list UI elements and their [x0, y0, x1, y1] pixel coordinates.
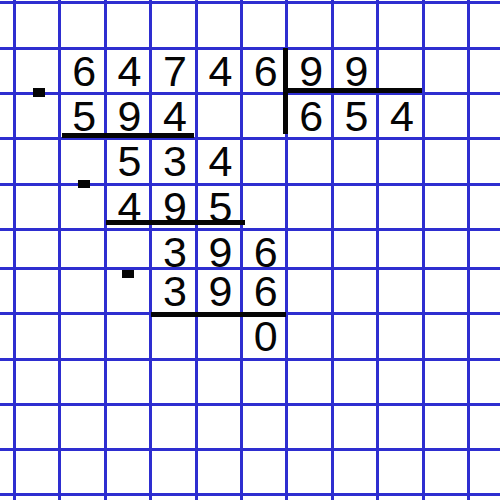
grid-cell — [152, 361, 197, 406]
grid-cell — [288, 270, 333, 315]
digit-cell: 6 — [61, 50, 106, 95]
grid-cell — [16, 4, 61, 49]
minus-sign-step2 — [78, 180, 90, 188]
minus-sign-step3 — [122, 270, 134, 278]
grid-cell — [379, 4, 424, 49]
grid-cell — [243, 4, 288, 49]
grid-cell — [470, 186, 500, 231]
grid-cell — [470, 4, 500, 49]
subtraction-underline-495 — [106, 220, 245, 225]
squared-paper-page: 64746995946545344953963960 — [0, 0, 500, 500]
grid-cell — [379, 496, 424, 500]
grid-cell — [288, 231, 333, 270]
grid-cell — [425, 270, 470, 315]
digit-cell: 4 — [198, 140, 243, 185]
grid-cell — [61, 270, 106, 315]
grid-cell — [425, 451, 470, 496]
grid-cell — [198, 315, 243, 360]
grid-cell — [470, 406, 500, 451]
digit-cell: 3 — [152, 140, 197, 185]
digit-cell: 6 — [288, 95, 333, 140]
grid-cell — [425, 361, 470, 406]
grid-cell — [107, 231, 152, 270]
grid-cell — [288, 361, 333, 406]
grid-cell — [334, 361, 379, 406]
divisor-quotient-separator-line — [283, 88, 422, 93]
grid-cell — [470, 361, 500, 406]
digit-cell: 9 — [198, 231, 243, 270]
grid-cell — [198, 406, 243, 451]
grid-cell — [243, 95, 288, 140]
grid-cell — [470, 140, 500, 185]
grid-cell — [425, 406, 470, 451]
grid-cell — [334, 270, 379, 315]
grid-cell — [334, 140, 379, 185]
grid-cell — [288, 140, 333, 185]
grid-cell — [379, 315, 424, 360]
digit-cell: 4 — [107, 50, 152, 95]
grid-cell — [16, 315, 61, 360]
grid-cell — [0, 361, 16, 406]
subtraction-underline-396 — [151, 312, 286, 317]
grid-cell — [288, 186, 333, 231]
grid-cell — [379, 270, 424, 315]
digit-cell: 6 — [243, 231, 288, 270]
grid-cell — [334, 496, 379, 500]
grid-cell — [288, 406, 333, 451]
grid-cell — [107, 315, 152, 360]
grid-cell — [379, 361, 424, 406]
grid-cell — [0, 186, 16, 231]
grid-cell — [107, 406, 152, 451]
grid-cell — [334, 186, 379, 231]
grid-cell — [243, 140, 288, 185]
grid-cell — [198, 361, 243, 406]
grid-cell — [334, 406, 379, 451]
grid-cell — [425, 95, 470, 140]
grid-cell — [379, 406, 424, 451]
grid-cell — [16, 406, 61, 451]
digit-cell: 6 — [243, 270, 288, 315]
grid-cell — [16, 140, 61, 185]
grid-cell — [107, 451, 152, 496]
grid-cell — [16, 186, 61, 231]
grid-cell — [61, 496, 106, 500]
grid-cell — [198, 496, 243, 500]
grid-cell — [152, 4, 197, 49]
grid-cell — [0, 315, 16, 360]
grid-cell — [425, 186, 470, 231]
grid-cell — [61, 315, 106, 360]
grid-cell — [379, 186, 424, 231]
digit-cell: 9 — [198, 270, 243, 315]
grid-cell — [288, 315, 333, 360]
grid-cell — [288, 4, 333, 49]
grid-cell — [0, 451, 16, 496]
division-worksheet-grid: 64746995946545344953963960 — [0, 0, 500, 500]
grid-cell — [334, 4, 379, 49]
grid-cell — [16, 496, 61, 500]
grid-cell — [107, 361, 152, 406]
digit-cell: 4 — [379, 95, 424, 140]
grid-cell — [243, 451, 288, 496]
grid-cell — [425, 140, 470, 185]
grid-cell — [425, 315, 470, 360]
grid-cell — [243, 496, 288, 500]
grid-cell — [288, 496, 333, 500]
grid-cell — [16, 231, 61, 270]
grid-cell — [0, 270, 16, 315]
grid-cell — [16, 451, 61, 496]
grid-cell — [470, 95, 500, 140]
grid-cell — [16, 361, 61, 406]
grid-cell — [198, 4, 243, 49]
grid-cell — [470, 451, 500, 496]
digit-cell: 3 — [152, 270, 197, 315]
grid-cell — [0, 50, 16, 95]
grid-cell — [61, 4, 106, 49]
digit-cell: 6 — [243, 50, 288, 95]
grid-cell — [0, 95, 16, 140]
grid-cell — [0, 406, 16, 451]
grid-cell — [379, 140, 424, 185]
grid-cell — [61, 451, 106, 496]
subtraction-underline-594 — [62, 133, 194, 138]
grid-cell — [243, 186, 288, 231]
grid-cell — [0, 496, 16, 500]
grid-cell — [470, 270, 500, 315]
grid-cell — [243, 406, 288, 451]
digit-cell: 5 — [107, 140, 152, 185]
grid-cell — [16, 95, 61, 140]
grid-cell — [107, 496, 152, 500]
grid-cell — [379, 451, 424, 496]
grid-cell — [470, 50, 500, 95]
grid-cell — [152, 451, 197, 496]
grid-cell — [0, 4, 16, 49]
grid-cell — [198, 451, 243, 496]
grid-cell — [425, 4, 470, 49]
digit-cell: 3 — [152, 231, 197, 270]
grid-cell — [243, 361, 288, 406]
grid-cell — [425, 50, 470, 95]
grid-cell — [61, 361, 106, 406]
grid-cell — [334, 451, 379, 496]
grid-cell — [152, 496, 197, 500]
digit-cell: 5 — [334, 95, 379, 140]
grid-cell — [0, 140, 16, 185]
grid-cell — [379, 231, 424, 270]
grid-cell — [61, 186, 106, 231]
grid-cell — [470, 496, 500, 500]
digit-cell: 4 — [198, 50, 243, 95]
grid-cell — [288, 451, 333, 496]
grid-cell — [61, 231, 106, 270]
grid-cell — [470, 231, 500, 270]
digit-cell: 0 — [243, 315, 288, 360]
grid-cell — [61, 140, 106, 185]
grid-cell — [198, 95, 243, 140]
grid-cell — [334, 315, 379, 360]
grid-cell — [61, 406, 106, 451]
grid-cell — [152, 315, 197, 360]
grid-cell — [334, 231, 379, 270]
grid-cell — [470, 315, 500, 360]
grid-cell — [107, 4, 152, 49]
grid-cell — [152, 406, 197, 451]
digit-cell: 7 — [152, 50, 197, 95]
grid-cell — [16, 270, 61, 315]
minus-sign-step1 — [33, 88, 45, 97]
grid-cell — [425, 496, 470, 500]
grid-cell — [0, 231, 16, 270]
grid-cell — [425, 231, 470, 270]
